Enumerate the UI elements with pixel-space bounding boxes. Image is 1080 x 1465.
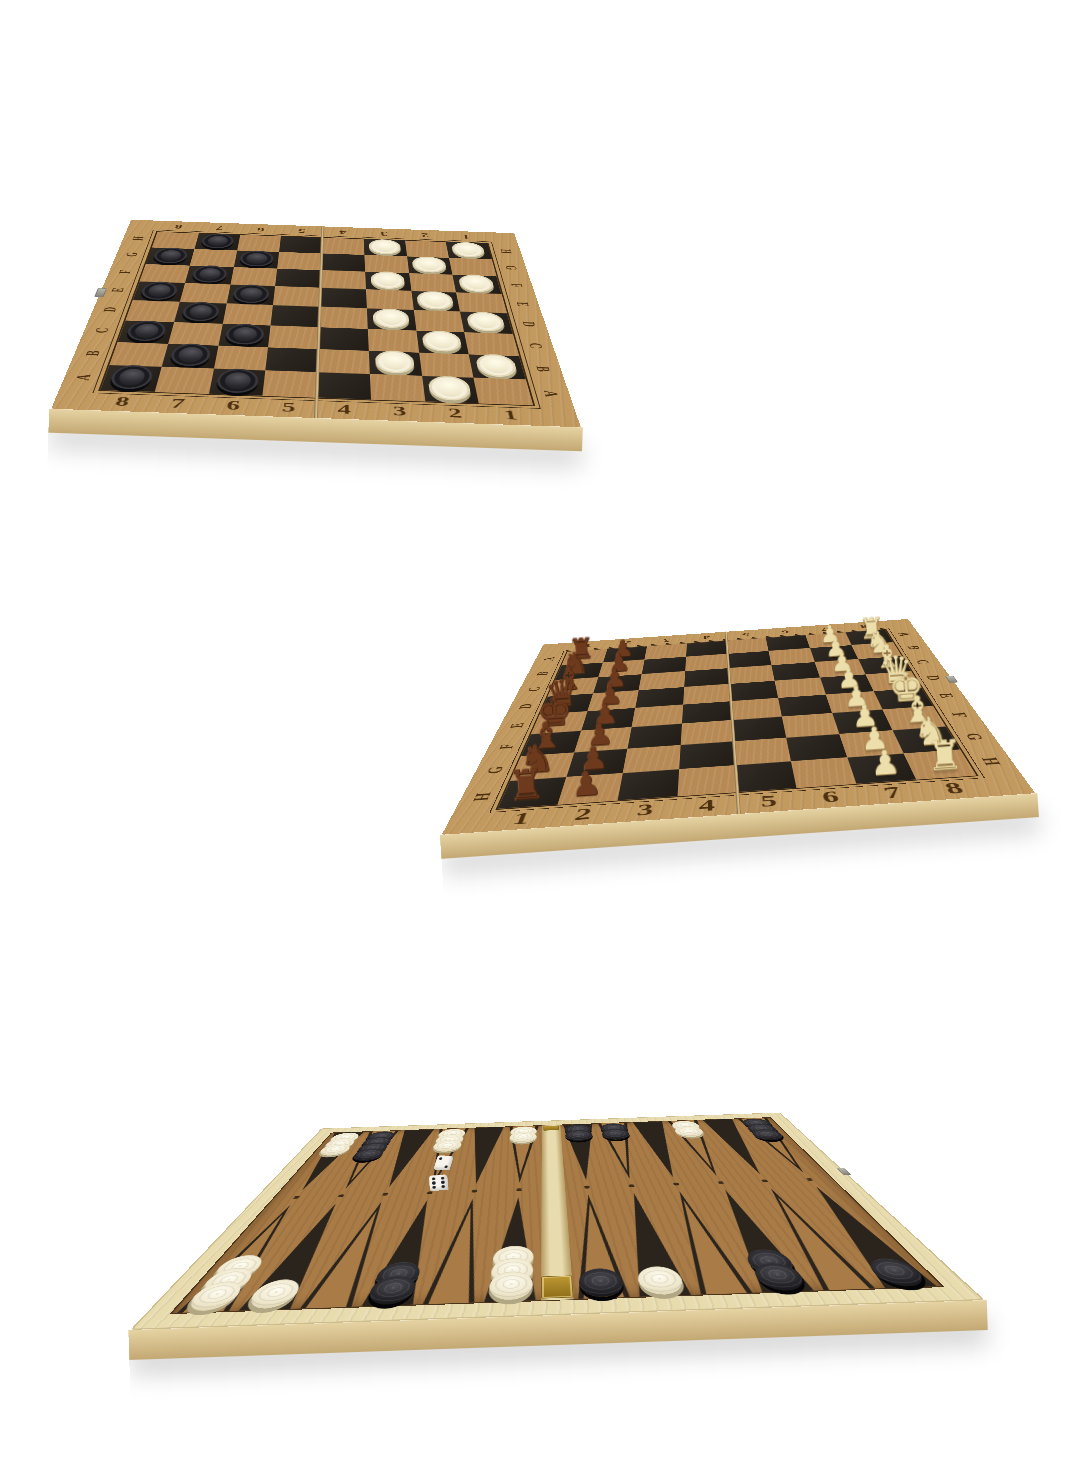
coordinate-label: C: [91, 328, 113, 334]
board-square: [152, 232, 199, 249]
chess-piece-light-rook: ♜: [924, 734, 963, 777]
coordinate-label: 4: [703, 635, 710, 641]
board-square: [364, 239, 407, 256]
board-square: [222, 304, 273, 326]
board-square: [268, 325, 319, 348]
white-checker: [416, 291, 454, 310]
board-square: [446, 242, 492, 259]
white-checker: [451, 242, 486, 258]
board-square: [369, 351, 422, 376]
die-pip: [445, 1161, 450, 1165]
board-square: [154, 367, 213, 394]
board-square: [161, 344, 218, 369]
black-checker: [124, 320, 168, 341]
board-square: [214, 345, 269, 370]
point-dot-icon: [673, 1184, 679, 1186]
point-dot-icon: [471, 1191, 477, 1193]
die-pip: [441, 1181, 444, 1184]
product-photo-canvas: 8765432112345678HGFEDCBAHGFEDCBA 1234567…: [0, 0, 1080, 1465]
coordinate-label: 6: [257, 226, 265, 232]
checkers-board-tilt: 8765432112345678HGFEDCBAHGFEDCBA: [51, 220, 581, 428]
coordinate-label: 4: [699, 796, 715, 815]
board-square: [320, 288, 367, 309]
coordinate-label: A: [72, 374, 95, 381]
chess-board: 1234567887654321ABCDEFGHABCDEFGH♜♟♟♜♞♟♟♞…: [442, 619, 1036, 835]
board-square: [405, 241, 449, 258]
chess-piece-light-pawn: ♟: [869, 746, 901, 781]
coordinate-label: A: [894, 632, 914, 637]
coordinate-label: 3: [636, 800, 654, 819]
die-icon: [429, 1174, 448, 1191]
board-square: [218, 324, 271, 347]
white-checker: [466, 311, 507, 331]
board-square: [729, 681, 778, 701]
white-checker: [458, 274, 496, 292]
board-square: [407, 256, 453, 274]
coordinate-label: E: [934, 692, 958, 698]
coordinate-label: 5: [298, 228, 306, 234]
board-square: [266, 347, 319, 372]
board-square: [617, 769, 679, 800]
board-square: [321, 253, 365, 271]
die-pip: [432, 1177, 435, 1180]
board-square: [118, 320, 174, 343]
board-square: [453, 275, 502, 295]
white-checker: [412, 256, 447, 273]
board-square: [411, 291, 460, 312]
coordinate-label: H: [467, 792, 496, 802]
board-square: [319, 307, 367, 329]
board-square: [364, 255, 409, 273]
board-square: [273, 286, 320, 307]
coordinate-label: 5: [281, 400, 295, 415]
coordinate-label: 4: [339, 229, 346, 235]
coordinate-label: 5: [742, 632, 750, 638]
board-square: [168, 322, 222, 345]
board-square: [677, 765, 737, 796]
black-checker: [168, 343, 212, 366]
black-checker: [180, 302, 221, 322]
board-square: [317, 372, 371, 399]
coordinate-label: 6: [820, 788, 841, 807]
board-square: [109, 342, 168, 367]
coordinate-label: 5: [760, 792, 779, 811]
black-checker: [152, 247, 190, 264]
black-checker: [224, 323, 265, 345]
coordinate-label: 2: [421, 232, 429, 238]
die-pip: [432, 1182, 435, 1185]
board-square: [277, 252, 321, 270]
coordinate-label: D: [518, 321, 538, 327]
coordinate-label: 3: [380, 231, 388, 237]
board-square: [735, 761, 797, 792]
black-checker: [108, 365, 156, 390]
coordinate-label: D: [922, 675, 945, 681]
board-square: [416, 331, 469, 355]
coordinate-label: F: [507, 283, 526, 287]
black-checker: [139, 281, 180, 300]
board-square: [180, 283, 230, 303]
coordinate-label: D: [515, 703, 537, 709]
clasp-icon: [837, 1168, 852, 1175]
coordinate-label: G: [123, 252, 142, 257]
hinge-icon: [543, 1125, 559, 1130]
coordinate-label: 2: [573, 805, 594, 824]
hinge-icon: [541, 1275, 574, 1298]
coordinate-label: 7: [169, 396, 186, 411]
coordinate-label: 7: [881, 783, 904, 801]
black-checker: [200, 233, 235, 249]
board-square: [263, 371, 318, 398]
coordinate-label: E: [505, 722, 529, 729]
board-square: ♟: [558, 773, 623, 805]
board-square: [365, 272, 411, 291]
board-square: [367, 308, 416, 330]
die-pip: [444, 1165, 448, 1168]
coordinate-label: 6: [225, 398, 241, 413]
board-square: [275, 269, 321, 288]
coordinate-label: F: [494, 743, 519, 750]
backgammon-right-half: [560, 1118, 941, 1299]
board-square: [174, 302, 226, 324]
coordinate-label: 8: [174, 224, 183, 230]
coordinate-label: G: [481, 766, 508, 775]
coordinate-label: 2: [447, 405, 463, 421]
board-square: ♜: [498, 777, 567, 809]
coordinate-label: 1: [510, 809, 533, 828]
point-dot-icon: [762, 1181, 769, 1183]
coordinate-label: B: [82, 350, 104, 356]
coordinate-label: 1: [502, 407, 519, 423]
board-square: [409, 273, 456, 292]
board-square: [230, 267, 277, 286]
board-square: [322, 238, 364, 255]
coordinate-label: 8: [941, 779, 967, 797]
coordinate-label: H: [497, 249, 515, 254]
black-checker: [191, 265, 229, 283]
board-square: [321, 270, 366, 289]
chess-board-tilt: 1234567887654321ABCDEFGHABCDEFGH♜♟♟♜♞♟♟♞…: [442, 619, 1036, 835]
board-square: [464, 332, 519, 356]
board-square: [146, 247, 194, 265]
coordinate-label: 1: [462, 234, 471, 240]
board-square: [368, 329, 419, 353]
coordinate-label: G: [960, 733, 988, 741]
board-square: [100, 365, 161, 392]
coordinate-label: F: [116, 270, 135, 274]
board-square: [279, 236, 322, 253]
coordinate-label: E: [513, 302, 533, 307]
coordinate-label: 8: [113, 394, 131, 409]
white-checker: [375, 350, 416, 373]
black-checker: [232, 284, 270, 303]
board-square: [133, 282, 185, 302]
board-square: [370, 374, 425, 401]
board-square: [318, 349, 370, 374]
board-square: [237, 235, 281, 252]
coordinate-label: D: [100, 307, 121, 313]
coordinate-label: C: [525, 343, 546, 349]
die-pip: [436, 1185, 441, 1189]
board-square: [413, 310, 464, 332]
coordinate-label: 3: [392, 403, 407, 419]
board-square: [318, 327, 368, 351]
board-square: [469, 354, 526, 379]
coordinate-label: 6: [781, 629, 790, 634]
board-square: [419, 352, 474, 377]
backgammon-left-half: [172, 1126, 541, 1313]
coordinate-label: H: [976, 757, 1006, 766]
coordinate-label: 7: [215, 225, 224, 231]
coordinate-label: F: [946, 712, 971, 718]
board-square: [791, 757, 856, 788]
checkers-board: 8765432112345678HGFEDCBAHGFEDCBA: [51, 220, 581, 428]
board-square: [474, 378, 533, 405]
coordinate-label: G: [502, 265, 520, 270]
board-square: [456, 293, 507, 314]
chess-piece-brown-rook: ♜: [507, 763, 546, 806]
board-square: [366, 289, 414, 310]
die-pip: [441, 1177, 444, 1180]
backgammon-field: [169, 1117, 944, 1314]
coordinate-label: 4: [337, 401, 350, 417]
white-checker: [422, 330, 463, 352]
board-square: [271, 305, 320, 327]
board-square: [209, 369, 266, 396]
board-square: [140, 264, 190, 283]
point-dot-icon: [382, 1194, 389, 1196]
coordinate-label: H: [129, 236, 147, 241]
backgammon-board: [130, 1113, 984, 1330]
board-square: [460, 312, 513, 334]
board-square: [190, 249, 237, 267]
white-checker: [475, 354, 519, 377]
board-square: [449, 258, 496, 276]
white-checker: [428, 376, 472, 401]
coordinate-label: 3: [663, 637, 671, 643]
coordinate-label: A: [539, 390, 562, 397]
board-square: [234, 250, 280, 268]
backgammon-board-tilt: [130, 1113, 984, 1330]
black-checker: [215, 368, 259, 393]
die-pip: [432, 1186, 435, 1189]
coordinate-label: B: [532, 366, 554, 372]
white-checker: [372, 308, 410, 328]
coordinate-label: E: [108, 288, 128, 293]
chess-piece-brown-pawn: ♟: [571, 767, 603, 802]
board-square: [185, 265, 234, 284]
die-pip: [441, 1185, 444, 1188]
board-square: [226, 285, 275, 306]
black-checker: [239, 250, 274, 267]
board-square: [422, 376, 479, 403]
board-square: [126, 300, 180, 322]
board-square: [194, 233, 240, 250]
white-checker: [368, 239, 401, 255]
white-checker: [370, 271, 405, 289]
